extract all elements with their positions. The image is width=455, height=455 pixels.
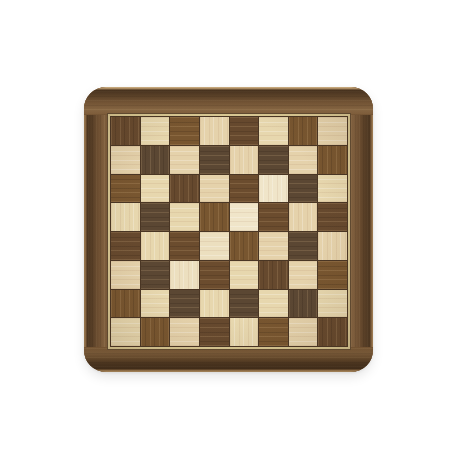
board-square-r3c3 (170, 175, 199, 203)
chessboard (84, 87, 373, 372)
board-square-r4c8 (318, 203, 347, 231)
board-square-r4c4 (200, 203, 229, 231)
board-square-r8c3 (170, 318, 199, 346)
board-square-r6c6 (259, 261, 288, 289)
board-square-r4c7 (289, 203, 318, 231)
board-square-r2c2 (141, 146, 170, 174)
board-square-r1c3 (170, 117, 199, 145)
board-square-r8c8 (318, 318, 347, 346)
board-square-r3c8 (318, 175, 347, 203)
board-square-r7c2 (141, 290, 170, 318)
board-square-r1c6 (259, 117, 288, 145)
board-square-r6c2 (141, 261, 170, 289)
board-square-r7c8 (318, 290, 347, 318)
board-square-r4c6 (259, 203, 288, 231)
board-square-r7c1 (111, 290, 140, 318)
board-square-r6c5 (230, 261, 259, 289)
board-square-r6c7 (289, 261, 318, 289)
board-square-r3c4 (200, 175, 229, 203)
board-square-r3c7 (289, 175, 318, 203)
board-square-r8c6 (259, 318, 288, 346)
board-square-r6c3 (170, 261, 199, 289)
board-square-r3c5 (230, 175, 259, 203)
board-square-r3c1 (111, 175, 140, 203)
board-frame-bottom (84, 347, 373, 372)
board-square-r3c6 (259, 175, 288, 203)
board-square-r1c2 (141, 117, 170, 145)
board-square-r1c7 (289, 117, 318, 145)
board-square-r6c4 (200, 261, 229, 289)
board-square-r8c1 (111, 318, 140, 346)
board-square-r8c2 (141, 318, 170, 346)
product-photo (0, 0, 455, 455)
board-square-r1c1 (111, 117, 140, 145)
board-square-r2c4 (200, 146, 229, 174)
board-frame-top (84, 87, 373, 115)
board-square-r2c1 (111, 146, 140, 174)
board-grid (110, 116, 348, 347)
board-square-r1c5 (230, 117, 259, 145)
board-square-r6c8 (318, 261, 347, 289)
board-inlay-border (107, 113, 351, 350)
board-square-r5c5 (230, 232, 259, 260)
board-square-r2c5 (230, 146, 259, 174)
board-square-r7c3 (170, 290, 199, 318)
board-square-r4c2 (141, 203, 170, 231)
board-square-r5c1 (111, 232, 140, 260)
board-square-r5c2 (141, 232, 170, 260)
board-square-r8c4 (200, 318, 229, 346)
board-square-r7c7 (289, 290, 318, 318)
board-square-r1c8 (318, 117, 347, 145)
board-square-r1c4 (200, 117, 229, 145)
board-square-r4c5 (230, 203, 259, 231)
board-square-r5c6 (259, 232, 288, 260)
board-square-r8c5 (230, 318, 259, 346)
board-square-r6c1 (111, 261, 140, 289)
board-square-r7c4 (200, 290, 229, 318)
board-square-r7c6 (259, 290, 288, 318)
board-square-r2c3 (170, 146, 199, 174)
board-square-r2c6 (259, 146, 288, 174)
board-square-r5c4 (200, 232, 229, 260)
board-square-r5c8 (318, 232, 347, 260)
board-square-r5c3 (170, 232, 199, 260)
board-square-r5c7 (289, 232, 318, 260)
board-square-r2c7 (289, 146, 318, 174)
board-square-r4c3 (170, 203, 199, 231)
board-square-r7c5 (230, 290, 259, 318)
board-square-r2c8 (318, 146, 347, 174)
board-square-r3c2 (141, 175, 170, 203)
board-square-r8c7 (289, 318, 318, 346)
board-square-r4c1 (111, 203, 140, 231)
